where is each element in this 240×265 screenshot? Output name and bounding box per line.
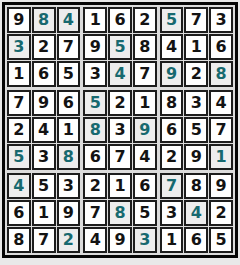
cell-r1c2[interactable]: 8 (32, 7, 56, 33)
box-1-3: 573416928 (160, 7, 233, 87)
cell-r3c2[interactable]: 6 (32, 61, 56, 87)
cell-r6c7[interactable]: 2 (160, 144, 184, 170)
cell-r4c7[interactable]: 8 (160, 90, 184, 116)
cell-r6c4[interactable]: 6 (83, 144, 107, 170)
cell-r1c7[interactable]: 5 (160, 7, 184, 33)
cell-r2c9[interactable]: 6 (209, 34, 233, 60)
cell-r4c1[interactable]: 7 (7, 90, 31, 116)
cell-r2c1[interactable]: 3 (7, 34, 31, 60)
cell-r9c9[interactable]: 5 (209, 227, 233, 253)
cell-r5c4[interactable]: 8 (83, 117, 107, 143)
cell-r3c8[interactable]: 2 (184, 61, 208, 87)
box-2-3: 834657291 (160, 90, 233, 170)
cell-r8c4[interactable]: 7 (83, 200, 107, 226)
cell-r9c6[interactable]: 3 (133, 227, 157, 253)
cell-r2c8[interactable]: 1 (184, 34, 208, 60)
cell-r5c8[interactable]: 5 (184, 117, 208, 143)
cell-r4c5[interactable]: 2 (108, 90, 132, 116)
cell-r9c1[interactable]: 8 (7, 227, 31, 253)
box-3-3: 789342165 (160, 173, 233, 253)
cell-r4c9[interactable]: 4 (209, 90, 233, 116)
cell-r1c8[interactable]: 7 (184, 7, 208, 33)
box-2-2: 521839674 (83, 90, 156, 170)
cell-r9c4[interactable]: 4 (83, 227, 107, 253)
cell-r7c2[interactable]: 5 (32, 173, 56, 199)
cell-r6c2[interactable]: 3 (32, 144, 56, 170)
cell-r5c5[interactable]: 3 (108, 117, 132, 143)
cell-r6c1[interactable]: 5 (7, 144, 31, 170)
cell-r3c4[interactable]: 3 (83, 61, 107, 87)
cell-r8c6[interactable]: 5 (133, 200, 157, 226)
cell-r9c3[interactable]: 2 (57, 227, 81, 253)
cell-r8c2[interactable]: 1 (32, 200, 56, 226)
cell-r2c5[interactable]: 5 (108, 34, 132, 60)
cell-r5c9[interactable]: 7 (209, 117, 233, 143)
cell-r3c1[interactable]: 1 (7, 61, 31, 87)
box-2-1: 796241538 (7, 90, 80, 170)
cell-r9c7[interactable]: 1 (160, 227, 184, 253)
cell-r7c8[interactable]: 8 (184, 173, 208, 199)
cell-r2c2[interactable]: 2 (32, 34, 56, 60)
cell-r3c3[interactable]: 5 (57, 61, 81, 87)
cell-r2c6[interactable]: 8 (133, 34, 157, 60)
cell-r7c7[interactable]: 7 (160, 173, 184, 199)
cell-r2c7[interactable]: 4 (160, 34, 184, 60)
cell-r6c6[interactable]: 4 (133, 144, 157, 170)
box-1-2: 162958347 (83, 7, 156, 87)
cell-r4c8[interactable]: 3 (184, 90, 208, 116)
cell-r2c4[interactable]: 9 (83, 34, 107, 60)
cell-r8c8[interactable]: 4 (184, 200, 208, 226)
cell-r8c7[interactable]: 3 (160, 200, 184, 226)
cell-r8c5[interactable]: 8 (108, 200, 132, 226)
cell-r1c5[interactable]: 6 (108, 7, 132, 33)
cell-r5c2[interactable]: 4 (32, 117, 56, 143)
cell-r6c9[interactable]: 1 (209, 144, 233, 170)
cell-r1c3[interactable]: 4 (57, 7, 81, 33)
cell-r1c1[interactable]: 9 (7, 7, 31, 33)
cell-r9c5[interactable]: 9 (108, 227, 132, 253)
cell-r1c6[interactable]: 2 (133, 7, 157, 33)
cell-r7c5[interactable]: 1 (108, 173, 132, 199)
cell-r3c7[interactable]: 9 (160, 61, 184, 87)
cell-r8c9[interactable]: 2 (209, 200, 233, 226)
cell-r7c1[interactable]: 4 (7, 173, 31, 199)
cell-r4c6[interactable]: 1 (133, 90, 157, 116)
box-1-1: 984327165 (7, 7, 80, 87)
cell-r3c5[interactable]: 4 (108, 61, 132, 87)
cell-r1c9[interactable]: 3 (209, 7, 233, 33)
cell-r7c6[interactable]: 6 (133, 173, 157, 199)
cell-r8c3[interactable]: 9 (57, 200, 81, 226)
cell-r7c4[interactable]: 2 (83, 173, 107, 199)
cell-r1c4[interactable]: 1 (83, 7, 107, 33)
cell-r5c6[interactable]: 9 (133, 117, 157, 143)
cell-r2c3[interactable]: 7 (57, 34, 81, 60)
cell-r5c7[interactable]: 6 (160, 117, 184, 143)
cell-r8c1[interactable]: 6 (7, 200, 31, 226)
cell-r7c9[interactable]: 9 (209, 173, 233, 199)
cell-r4c4[interactable]: 5 (83, 90, 107, 116)
cell-r9c2[interactable]: 7 (32, 227, 56, 253)
box-3-1: 453619872 (7, 173, 80, 253)
sudoku-board: 9843271651629583475734169287962415385218… (2, 2, 238, 258)
cell-r3c9[interactable]: 8 (209, 61, 233, 87)
cell-r4c2[interactable]: 9 (32, 90, 56, 116)
cell-r7c3[interactable]: 3 (57, 173, 81, 199)
cell-r9c8[interactable]: 6 (184, 227, 208, 253)
cell-r3c6[interactable]: 7 (133, 61, 157, 87)
box-3-2: 216785493 (83, 173, 156, 253)
cell-r6c8[interactable]: 9 (184, 144, 208, 170)
cell-r5c3[interactable]: 1 (57, 117, 81, 143)
cell-r6c3[interactable]: 8 (57, 144, 81, 170)
cell-r4c3[interactable]: 6 (57, 90, 81, 116)
cell-r5c1[interactable]: 2 (7, 117, 31, 143)
cell-r6c5[interactable]: 7 (108, 144, 132, 170)
